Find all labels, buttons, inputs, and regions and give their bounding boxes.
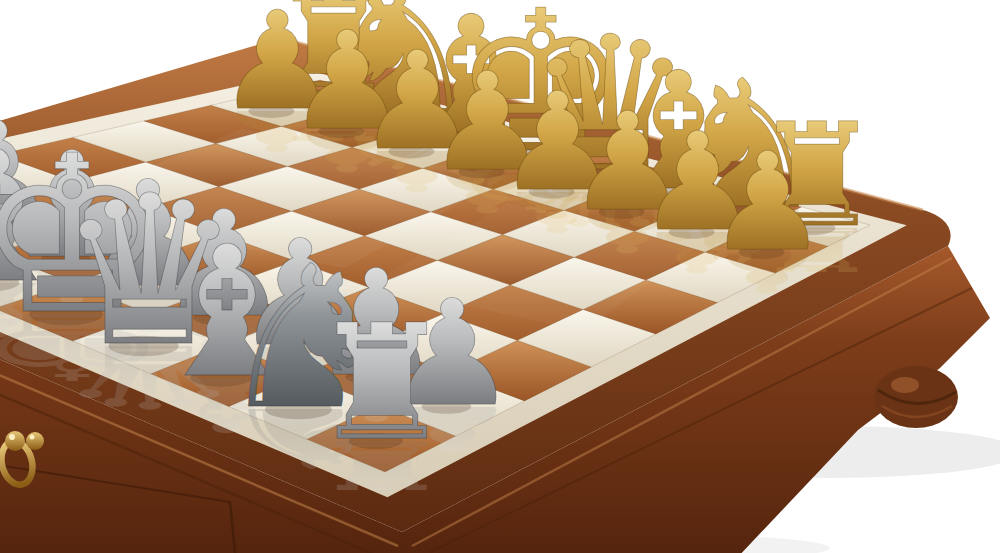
rook-glyph: ♜ [310,290,453,476]
bun-foot [874,366,958,428]
pawn-glyph: ♟ [707,123,828,281]
piece-white-rook-a1[interactable]: ♜♜ [310,290,453,503]
chess-scene: ♜♜♞♞♝♝♚♚♛♛♝♝♞♞♜♜♟♟♟♟♟♟♟♟♟♟♟♟♟♟♟♟♟♟♟♟♟♟♟♟… [0,0,1000,553]
piece-black-pawn-a7[interactable]: ♟♟ [707,123,828,305]
chess-set-photo: Overhead-angle product photo of a brass … [0,0,1000,553]
